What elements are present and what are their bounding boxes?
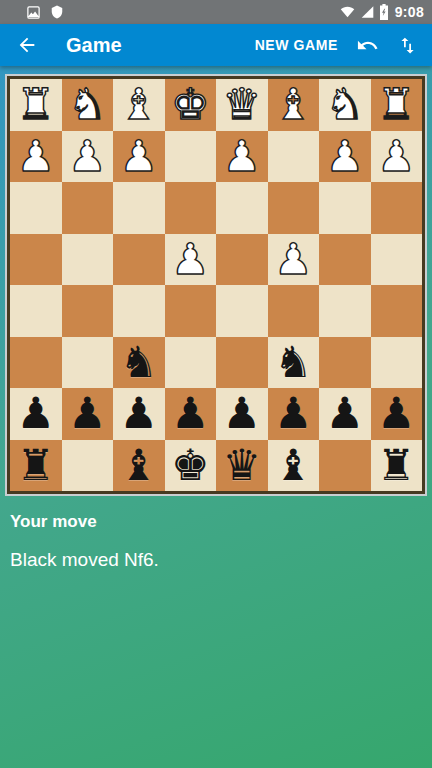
square-d3[interactable] [216, 182, 268, 234]
piece-wP: ♟ [16, 131, 55, 182]
piece-bP: ♟ [171, 388, 210, 439]
status-time: 9:08 [395, 4, 424, 20]
swap-vert-icon[interactable] [397, 35, 418, 56]
square-d8[interactable]: ♛ [216, 440, 268, 492]
square-e2[interactable] [165, 131, 217, 183]
square-b7[interactable]: ♟ [319, 388, 371, 440]
move-status-panel: Your move Black moved Nf6. [0, 494, 432, 571]
square-c4[interactable]: ♟ [268, 234, 320, 286]
piece-bB: ♝ [274, 440, 313, 491]
square-g6[interactable] [62, 337, 114, 389]
square-c7[interactable]: ♟ [268, 388, 320, 440]
shield-icon [50, 4, 64, 20]
square-h4[interactable] [10, 234, 62, 286]
piece-wN: ♞ [325, 79, 364, 130]
square-c3[interactable] [268, 182, 320, 234]
square-b1[interactable]: ♞ [319, 79, 371, 131]
square-a7[interactable]: ♟ [371, 388, 423, 440]
app-bar: Game NEW GAME [0, 24, 432, 66]
piece-wP: ♟ [119, 131, 158, 182]
square-a6[interactable] [371, 337, 423, 389]
square-g7[interactable]: ♟ [62, 388, 114, 440]
piece-bN: ♞ [119, 337, 158, 388]
status-bar: 9:08 [0, 0, 432, 24]
chess-board-frame: ♜♞♝♚♛♝♞♜♟♟♟♟♟♟♟♟♞♞♟♟♟♟♟♟♟♟♜♝♚♛♝♜ [7, 76, 425, 494]
square-c6[interactable]: ♞ [268, 337, 320, 389]
square-h5[interactable] [10, 285, 62, 337]
square-a2[interactable]: ♟ [371, 131, 423, 183]
square-f1[interactable]: ♝ [113, 79, 165, 131]
square-d4[interactable] [216, 234, 268, 286]
square-b8[interactable] [319, 440, 371, 492]
square-g8[interactable] [62, 440, 114, 492]
piece-wP: ♟ [325, 131, 364, 182]
square-h8[interactable]: ♜ [10, 440, 62, 492]
square-f5[interactable] [113, 285, 165, 337]
square-d2[interactable]: ♟ [216, 131, 268, 183]
square-h6[interactable] [10, 337, 62, 389]
square-e1[interactable]: ♚ [165, 79, 217, 131]
square-a1[interactable]: ♜ [371, 79, 423, 131]
piece-wK: ♚ [171, 79, 210, 130]
square-a3[interactable] [371, 182, 423, 234]
cellular-icon [360, 5, 375, 19]
piece-wN: ♞ [68, 79, 107, 130]
piece-bP: ♟ [119, 388, 158, 439]
piece-wQ: ♛ [222, 79, 261, 130]
square-c2[interactable] [268, 131, 320, 183]
square-h3[interactable] [10, 182, 62, 234]
square-e5[interactable] [165, 285, 217, 337]
piece-bK: ♚ [171, 440, 210, 491]
square-h7[interactable]: ♟ [10, 388, 62, 440]
piece-wB: ♝ [119, 79, 158, 130]
piece-bP: ♟ [325, 388, 364, 439]
square-c1[interactable]: ♝ [268, 79, 320, 131]
square-c5[interactable] [268, 285, 320, 337]
turn-indicator: Your move [10, 512, 422, 532]
square-e7[interactable]: ♟ [165, 388, 217, 440]
square-b4[interactable] [319, 234, 371, 286]
square-e4[interactable]: ♟ [165, 234, 217, 286]
piece-bN: ♞ [274, 337, 313, 388]
square-g1[interactable]: ♞ [62, 79, 114, 131]
piece-wP: ♟ [68, 131, 107, 182]
square-c8[interactable]: ♝ [268, 440, 320, 492]
piece-wR: ♜ [16, 79, 55, 130]
square-f3[interactable] [113, 182, 165, 234]
last-move-text: Black moved Nf6. [10, 549, 422, 571]
piece-bP: ♟ [274, 388, 313, 439]
square-e6[interactable] [165, 337, 217, 389]
square-b5[interactable] [319, 285, 371, 337]
wifi-icon [339, 5, 356, 19]
square-f6[interactable]: ♞ [113, 337, 165, 389]
square-g2[interactable]: ♟ [62, 131, 114, 183]
square-a8[interactable]: ♜ [371, 440, 423, 492]
piece-wP: ♟ [377, 131, 416, 182]
square-e3[interactable] [165, 182, 217, 234]
piece-bQ: ♛ [222, 440, 261, 491]
battery-charging-icon [379, 4, 389, 20]
square-b6[interactable] [319, 337, 371, 389]
square-a4[interactable] [371, 234, 423, 286]
square-f8[interactable]: ♝ [113, 440, 165, 492]
undo-icon[interactable] [356, 34, 379, 57]
piece-wB: ♝ [274, 79, 313, 130]
piece-bP: ♟ [377, 388, 416, 439]
chess-board: ♜♞♝♚♛♝♞♜♟♟♟♟♟♟♟♟♞♞♟♟♟♟♟♟♟♟♜♝♚♛♝♜ [10, 79, 422, 491]
piece-bR: ♜ [377, 440, 416, 491]
piece-wP: ♟ [222, 131, 261, 182]
square-b3[interactable] [319, 182, 371, 234]
new-game-button[interactable]: NEW GAME [255, 37, 338, 53]
square-e8[interactable]: ♚ [165, 440, 217, 492]
square-d6[interactable] [216, 337, 268, 389]
piece-bB: ♝ [119, 440, 158, 491]
square-f4[interactable] [113, 234, 165, 286]
piece-wR: ♜ [377, 79, 416, 130]
square-d7[interactable]: ♟ [216, 388, 268, 440]
square-f7[interactable]: ♟ [113, 388, 165, 440]
piece-wP: ♟ [171, 234, 210, 285]
photo-icon [26, 5, 41, 20]
piece-bP: ♟ [222, 388, 261, 439]
square-g3[interactable] [62, 182, 114, 234]
square-g5[interactable] [62, 285, 114, 337]
square-h1[interactable]: ♜ [10, 79, 62, 131]
square-g4[interactable] [62, 234, 114, 286]
square-b2[interactable]: ♟ [319, 131, 371, 183]
square-h2[interactable]: ♟ [10, 131, 62, 183]
square-d1[interactable]: ♛ [216, 79, 268, 131]
square-f2[interactable]: ♟ [113, 131, 165, 183]
piece-wP: ♟ [274, 234, 313, 285]
page-title: Game [66, 34, 122, 57]
square-a5[interactable] [371, 285, 423, 337]
piece-bP: ♟ [68, 388, 107, 439]
piece-bR: ♜ [16, 440, 55, 491]
back-arrow-icon[interactable] [16, 34, 38, 56]
square-d5[interactable] [216, 285, 268, 337]
piece-bP: ♟ [16, 388, 55, 439]
